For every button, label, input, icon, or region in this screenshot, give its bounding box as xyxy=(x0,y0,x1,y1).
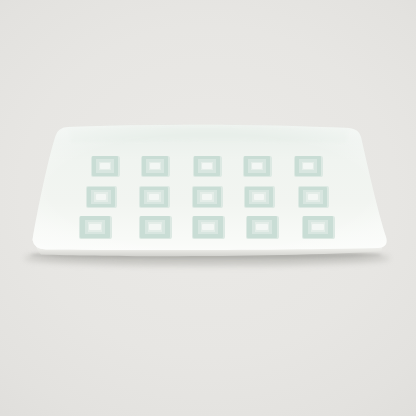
tile-core xyxy=(308,194,319,200)
studio-background xyxy=(0,0,416,416)
pattern-tile-r2-c3 xyxy=(192,186,223,208)
pattern-tile-r3-c5 xyxy=(302,216,335,239)
pattern-tile-r2-c2 xyxy=(139,186,170,208)
tray-pattern-grid xyxy=(0,0,416,416)
tile-core xyxy=(150,163,160,168)
tile-core xyxy=(96,194,107,200)
tile-core xyxy=(202,224,213,230)
tile-core xyxy=(256,224,267,230)
pattern-tile-r2-c1 xyxy=(86,186,117,208)
tile-core xyxy=(312,224,323,230)
pattern-tile-r3-c4 xyxy=(246,216,279,239)
pattern-tile-r3-c3 xyxy=(192,216,225,239)
tile-core xyxy=(252,163,262,168)
tile-core xyxy=(100,163,110,168)
pattern-tile-r3-c1 xyxy=(79,216,112,239)
pattern-tile-r1-c3 xyxy=(193,156,222,177)
tile-core xyxy=(254,194,265,200)
pattern-tile-r2-c5 xyxy=(298,186,329,208)
tile-core xyxy=(149,194,160,200)
tile-core xyxy=(303,163,313,168)
pattern-tile-r3-c2 xyxy=(139,216,172,239)
tile-core xyxy=(202,194,213,200)
pattern-tile-r1-c4 xyxy=(243,156,272,177)
tile-core xyxy=(89,224,100,230)
pattern-tile-r1-c1 xyxy=(91,156,120,177)
tile-core xyxy=(202,163,212,168)
tile-core xyxy=(149,224,160,230)
pattern-tile-r1-c5 xyxy=(294,156,323,177)
pattern-tile-r2-c4 xyxy=(244,186,275,208)
pattern-tile-r1-c2 xyxy=(141,156,170,177)
